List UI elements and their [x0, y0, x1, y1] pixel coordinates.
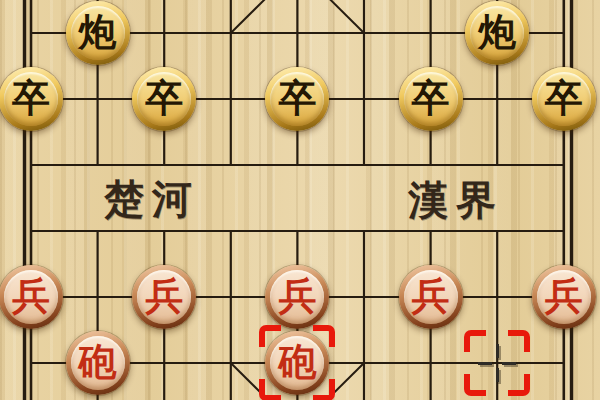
- piece-face: 兵: [270, 270, 324, 324]
- piece-black-cannon[interactable]: 炮: [465, 1, 529, 65]
- board-point: [464, 330, 531, 396]
- piece-glyph: 卒: [278, 79, 316, 117]
- piece-glyph: 兵: [412, 277, 450, 315]
- piece-face: 兵: [404, 270, 458, 324]
- xiangqi-board[interactable]: 楚河 漢界 炮 炮 卒: [0, 0, 600, 400]
- piece-red-soldier[interactable]: 兵: [132, 265, 196, 329]
- piece-black-soldier[interactable]: 卒: [532, 67, 596, 131]
- piece-face: 卒: [270, 72, 324, 126]
- board-point: 兵: [530, 264, 597, 330]
- piece-red-soldier[interactable]: 兵: [0, 265, 63, 329]
- piece-red-cannon[interactable]: 砲: [66, 331, 130, 395]
- piece-glyph: 卒: [412, 79, 450, 117]
- board-point: 卒: [397, 66, 464, 132]
- board-point: 卒: [530, 66, 597, 132]
- piece-red-soldier[interactable]: 兵: [265, 265, 329, 329]
- piece-glyph: 兵: [278, 277, 316, 315]
- piece-red-soldier[interactable]: 兵: [399, 265, 463, 329]
- piece-face: 兵: [537, 270, 591, 324]
- piece-black-soldier[interactable]: 卒: [265, 67, 329, 131]
- board-point: 卒: [131, 66, 198, 132]
- board-point: 兵: [131, 264, 198, 330]
- piece-face: 卒: [137, 72, 191, 126]
- piece-red-soldier[interactable]: 兵: [532, 265, 596, 329]
- piece-black-soldier[interactable]: 卒: [132, 67, 196, 131]
- piece-black-cannon[interactable]: 炮: [66, 1, 130, 65]
- board-point: 卒: [264, 66, 331, 132]
- bracket-corner-icon: [464, 330, 486, 352]
- board-point: 砲: [64, 330, 131, 396]
- piece-glyph: 兵: [545, 277, 583, 315]
- piece-glyph: 兵: [145, 277, 183, 315]
- piece-glyph: 炮: [79, 13, 117, 51]
- board-point: 卒: [0, 66, 64, 132]
- piece-black-soldier[interactable]: 卒: [399, 67, 463, 131]
- piece-face: 卒: [4, 72, 58, 126]
- piece-glyph: 卒: [545, 79, 583, 117]
- piece-glyph: 卒: [12, 79, 50, 117]
- board-point: 炮: [64, 0, 131, 66]
- piece-glyph: 砲: [79, 343, 117, 381]
- board-point: 兵: [0, 264, 64, 330]
- bracket-corner-icon: [464, 374, 486, 396]
- board-point: 兵: [264, 264, 331, 330]
- piece-face: 卒: [537, 72, 591, 126]
- piece-glyph: 炮: [478, 13, 516, 51]
- bracket-corner-icon: [508, 374, 530, 396]
- piece-face: 砲: [270, 336, 324, 390]
- bracket-corner-icon: [508, 330, 530, 352]
- piece-black-soldier[interactable]: 卒: [0, 67, 63, 131]
- piece-face: 卒: [404, 72, 458, 126]
- board-point: 炮: [464, 0, 531, 66]
- move-origin-marker: [464, 330, 530, 396]
- piece-face: 兵: [4, 270, 58, 324]
- piece-face: 砲: [71, 336, 125, 390]
- piece-face: 炮: [470, 6, 524, 60]
- piece-face: 炮: [71, 6, 125, 60]
- board-point: 砲: [264, 330, 331, 396]
- piece-glyph: 砲: [278, 343, 316, 381]
- piece-red-cannon-selected[interactable]: 砲: [265, 331, 329, 395]
- piece-grid: 炮 炮 卒 卒: [0, 0, 597, 400]
- piece-glyph: 卒: [145, 79, 183, 117]
- piece-face: 兵: [137, 270, 191, 324]
- board-point: 兵: [397, 264, 464, 330]
- piece-glyph: 兵: [12, 277, 50, 315]
